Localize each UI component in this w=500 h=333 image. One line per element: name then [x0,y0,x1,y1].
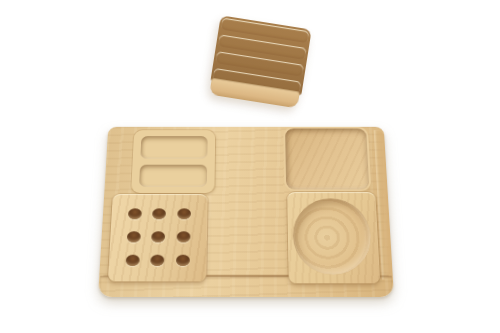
tile-rack[interactable] [208,15,311,108]
dice-bowl-recess [292,198,373,274]
peg-hole-r1c1[interactable] [128,208,142,219]
card-slot-bottom[interactable] [139,164,207,187]
peg-hole-r2c2[interactable] [152,231,166,242]
peg-hole-r3c1[interactable] [125,255,139,266]
card-slot-top[interactable] [140,136,207,158]
product-photo-scene [0,0,500,333]
game-tray [98,127,394,297]
peg-board[interactable] [108,194,208,282]
open-compartment[interactable] [285,129,369,190]
peg-hole-r3c2[interactable] [151,255,165,266]
peg-hole-r1c3[interactable] [177,208,191,219]
peg-hole-r2c1[interactable] [127,231,141,242]
peg-hole-r2c3[interactable] [177,231,191,242]
double-slot-compartment[interactable] [131,130,215,193]
dice-bowl-block[interactable] [287,192,380,283]
peg-hole-r3c3[interactable] [176,255,190,266]
peg-hole-r1c2[interactable] [153,208,167,219]
